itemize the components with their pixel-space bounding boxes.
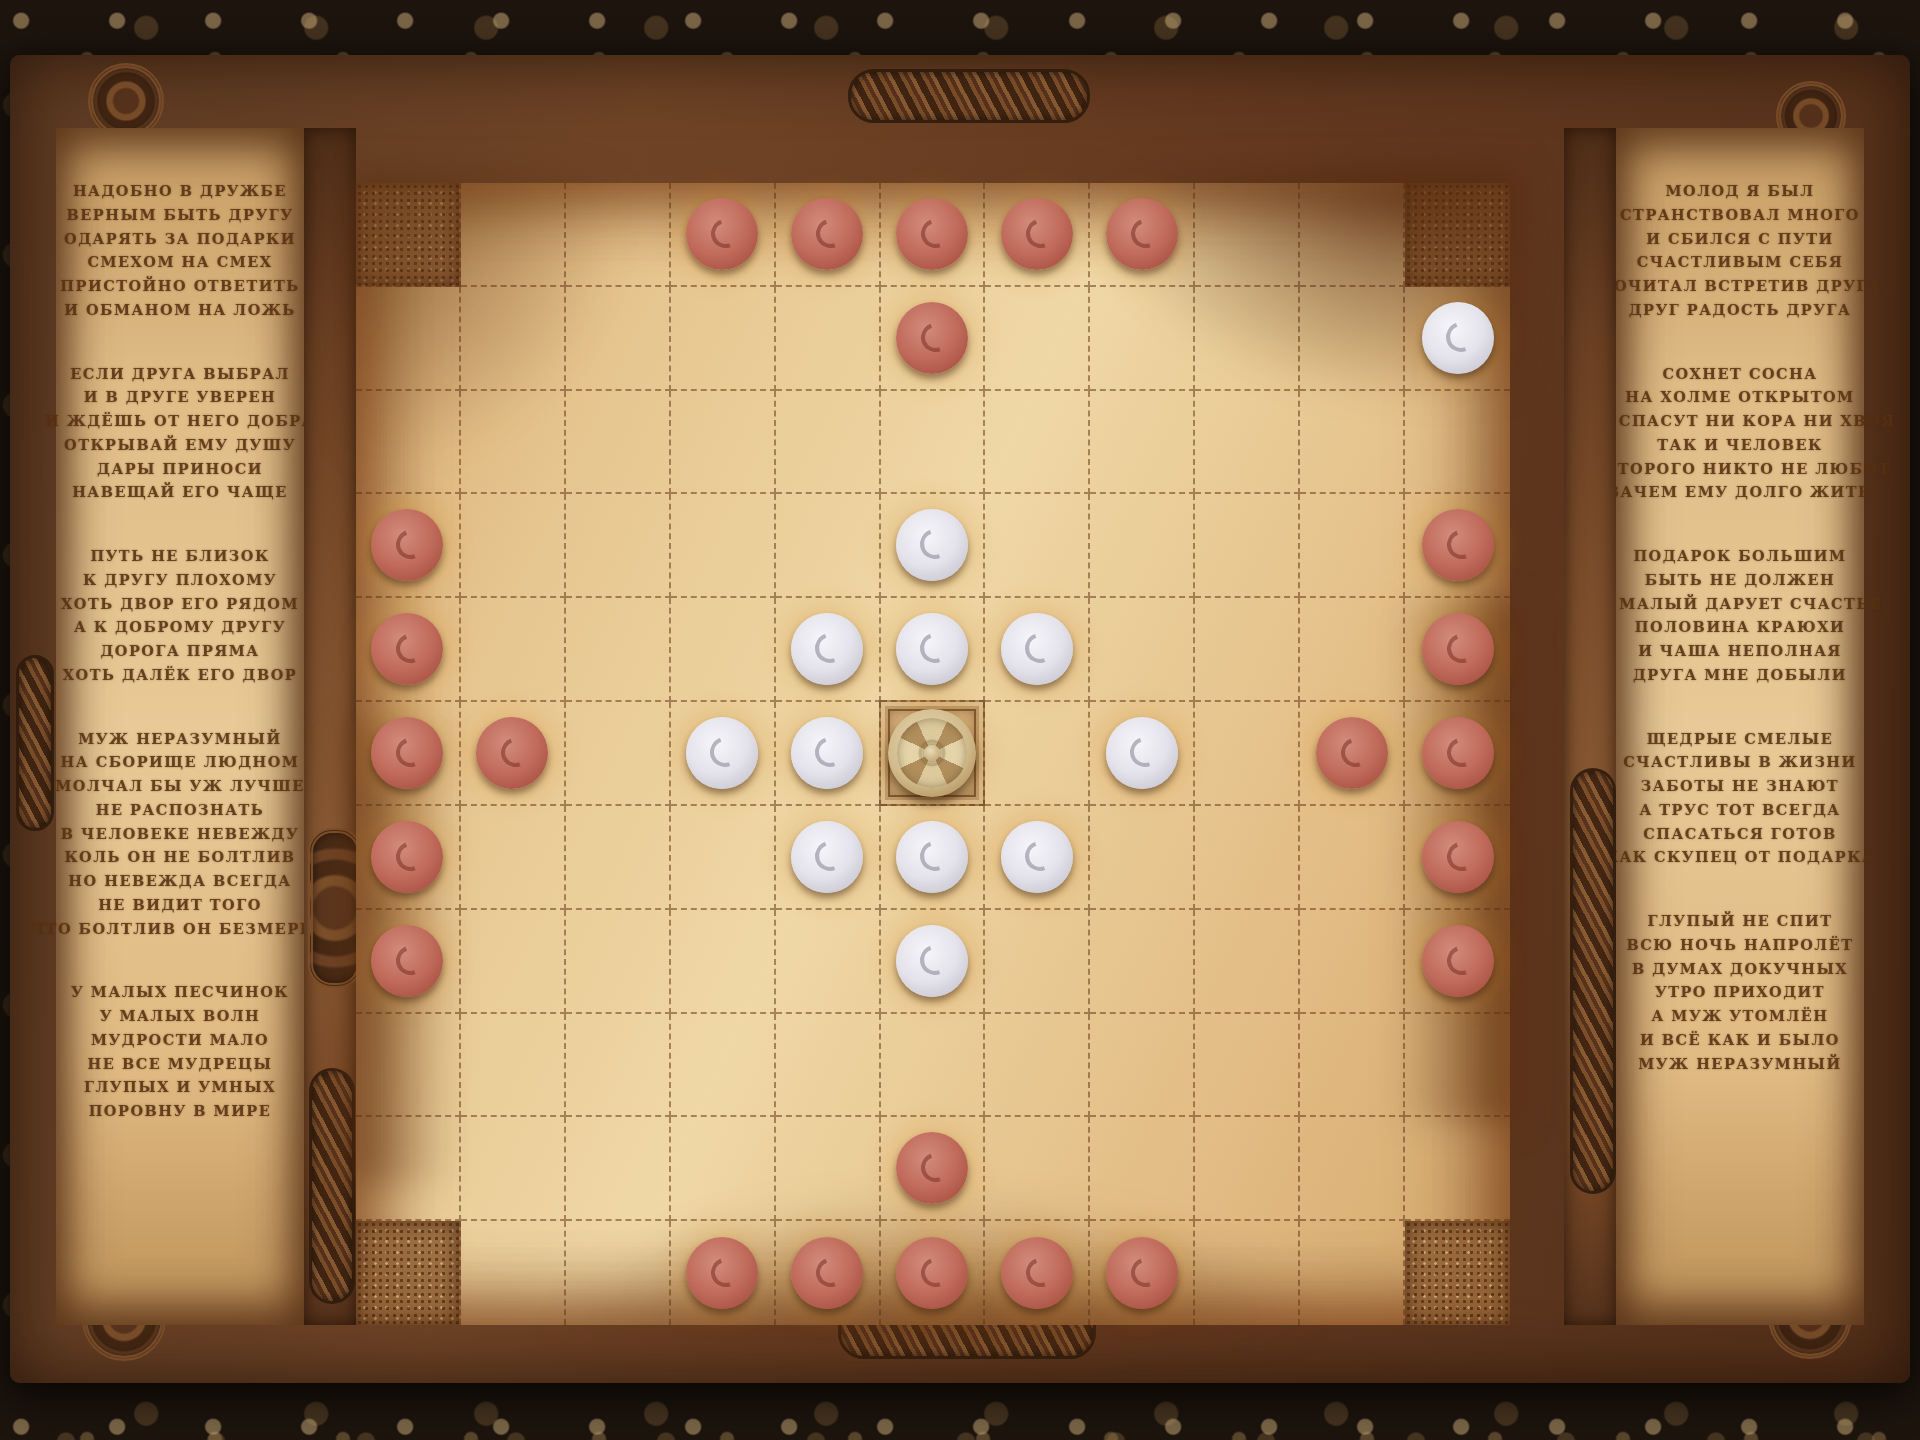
- attacker-piece-h11[interactable]: [1106, 198, 1178, 270]
- rune-line: ХОТЬ ДВОР ЕГО РЯДОМ: [61, 592, 299, 615]
- rune-line: МУЖ НЕРАЗУМНЫЙ: [31, 727, 329, 750]
- cell-a4[interactable]: [356, 910, 461, 1014]
- cell-d5[interactable]: [671, 806, 776, 910]
- cell-i3[interactable]: [1195, 1014, 1300, 1118]
- rune-line: ЗАЧЕМ ЕМУ ДОЛГО ЖИТЬ: [1585, 480, 1896, 503]
- rune-line: ЧТО БОЛТЛИВ ОН БЕЗМЕРНО: [31, 917, 329, 940]
- cell-j2[interactable]: [1300, 1117, 1405, 1221]
- rune-line: ПУТЬ НЕ БЛИЗОК: [61, 544, 299, 567]
- rune-line: ГЛУПЫЙ НЕ СПИТ: [1627, 909, 1854, 932]
- attacker-piece-f10[interactable]: [896, 302, 968, 374]
- cell-k4[interactable]: [1405, 910, 1510, 1014]
- cell-d6[interactable]: [671, 702, 776, 806]
- attacker-piece-k4[interactable]: [1422, 925, 1494, 997]
- cell-k1[interactable]: [1405, 1221, 1510, 1325]
- attacker-piece-f1[interactable]: [896, 1237, 968, 1309]
- rune-line: В ЧЕЛОВЕКЕ НЕВЕЖДУ: [31, 822, 329, 845]
- attacker-piece-d11[interactable]: [686, 198, 758, 270]
- rune-line: А ТРУС ТОТ ВСЕГДА: [1605, 798, 1875, 821]
- rune-line: А МУЖ УТОМЛЁН: [1627, 1004, 1854, 1027]
- rune-line: А К ДОБРОМУ ДРУГУ: [61, 615, 299, 638]
- rune-line: СМЕХОМ НА СМЕХ: [60, 250, 299, 273]
- cell-d4[interactable]: [671, 910, 776, 1014]
- rune-line: И ОБМАНОМ НА ЛОЖЬ: [60, 298, 299, 321]
- rune-line: И ЖДЁШЬ ОТ НЕГО ДОБРА: [45, 409, 315, 432]
- cell-h3[interactable]: [1090, 1014, 1195, 1118]
- attacker-piece-f11[interactable]: [896, 198, 968, 270]
- defender-piece-g5[interactable]: [1001, 821, 1073, 893]
- cell-i1[interactable]: [1195, 1221, 1300, 1325]
- attacker-piece-g1[interactable]: [1001, 1237, 1073, 1309]
- rune-line: ЗАБОТЫ НЕ ЗНАЮТ: [1605, 774, 1875, 797]
- cell-f11[interactable]: [881, 183, 986, 287]
- cell-j7[interactable]: [1300, 598, 1405, 702]
- rune-line: КАК СКУПЕЦ ОТ ПОДАРКА: [1605, 845, 1875, 868]
- cell-h5[interactable]: [1090, 806, 1195, 910]
- cell-k10[interactable]: [1405, 287, 1510, 391]
- cell-d2[interactable]: [671, 1117, 776, 1221]
- rune-line: ПОЛОВИНА КРАЮХИ: [1598, 615, 1883, 638]
- rune-line: МОЛЧАЛ БЫ УЖ ЛУЧШЕ: [31, 774, 329, 797]
- celtic-knot-icon: [308, 828, 362, 988]
- defender-piece-f7[interactable]: [896, 613, 968, 685]
- photo-of-hnefatafl-board: { "game": { "name": "Hnefatafl (Viking t…: [0, 0, 1920, 1440]
- cell-g4[interactable]: [985, 910, 1090, 1014]
- cell-e6[interactable]: [776, 702, 881, 806]
- rune-line: СОХНЕТ СОСНА: [1585, 362, 1896, 385]
- rune-line: ГЛУПЫХ И УМНЫХ: [71, 1075, 289, 1098]
- cell-b2[interactable]: [461, 1117, 566, 1221]
- cell-a6[interactable]: [356, 702, 461, 806]
- cell-b8[interactable]: [461, 494, 566, 598]
- burned-border-strip-left: [304, 128, 356, 1325]
- rune-stanza: ЕСЛИ ДРУГА ВЫБРАЛИ В ДРУГЕ УВЕРЕНИ ЖДЁШЬ…: [45, 363, 315, 504]
- cell-h7[interactable]: [1090, 598, 1195, 702]
- cell-c6[interactable]: [566, 702, 671, 806]
- cell-h8[interactable]: [1090, 494, 1195, 598]
- cell-h1[interactable]: [1090, 1221, 1195, 1325]
- rune-line: ОТКРЫВАЙ ЕМУ ДУШУ: [45, 433, 315, 456]
- rune-line: ПОРОВНУ В МИРЕ: [71, 1099, 289, 1122]
- cell-d7[interactable]: [671, 598, 776, 702]
- cell-k2[interactable]: [1405, 1117, 1510, 1221]
- rune-stanza: НАДОБНО В ДРУЖБЕВЕРНЫМ БЫТЬ ДРУГУОДАРЯТЬ…: [60, 180, 299, 321]
- cell-h9[interactable]: [1090, 391, 1195, 495]
- cell-f2[interactable]: [881, 1117, 986, 1221]
- cell-f9[interactable]: [881, 391, 986, 495]
- cell-g1[interactable]: [985, 1221, 1090, 1325]
- cell-c1[interactable]: [566, 1221, 671, 1325]
- cell-a2[interactable]: [356, 1117, 461, 1221]
- rune-line: МУЖ НЕРАЗУМНЫЙ: [1627, 1052, 1854, 1075]
- cell-h6[interactable]: [1090, 702, 1195, 806]
- rune-stanza: ГЛУПЫЙ НЕ СПИТВСЮ НОЧЬ НАПРОЛЁТВ ДУМАХ Д…: [1627, 910, 1854, 1074]
- cell-i9[interactable]: [1195, 391, 1300, 495]
- cell-k11[interactable]: [1405, 183, 1510, 287]
- rune-line: ДРУГА МНЕ ДОБЫЛИ: [1598, 663, 1883, 686]
- cell-f7[interactable]: [881, 598, 986, 702]
- rune-line: И ЧАША НЕПОЛНАЯ: [1598, 639, 1883, 662]
- rune-stanza: У МАЛЫХ ПЕСЧИНОКУ МАЛЫХ ВОЛНМУДРОСТИ МАЛ…: [71, 981, 289, 1122]
- attacker-piece-a8[interactable]: [371, 509, 443, 581]
- cell-b9[interactable]: [461, 391, 566, 495]
- cell-k7[interactable]: [1405, 598, 1510, 702]
- rune-line: НАДОБНО В ДРУЖБЕ: [60, 179, 299, 202]
- attacker-piece-a6[interactable]: [371, 717, 443, 789]
- cell-d8[interactable]: [671, 494, 776, 598]
- cell-c7[interactable]: [566, 598, 671, 702]
- attacker-piece-e1[interactable]: [791, 1237, 863, 1309]
- attacker-piece-a4[interactable]: [371, 925, 443, 997]
- cell-b11[interactable]: [461, 183, 566, 287]
- rune-inscription-panel-right: МОЛОД Я БЫЛСТРАНСТВОВАЛ МНОГОИ СБИЛСЯ С …: [1616, 128, 1864, 1325]
- cell-j8[interactable]: [1300, 494, 1405, 598]
- rune-line: У МАЛЫХ ПЕСЧИНОК: [71, 980, 289, 1003]
- celtic-knot-icon: [1570, 768, 1616, 1194]
- cell-i8[interactable]: [1195, 494, 1300, 598]
- cell-a8[interactable]: [356, 494, 461, 598]
- cell-e11[interactable]: [776, 183, 881, 287]
- rune-line: У МАЛЫХ ВОЛН: [71, 1004, 289, 1027]
- rune-line: НЕ СПАСУТ НИ КОРА НИ ХВОЯ: [1585, 409, 1896, 432]
- cell-d3[interactable]: [671, 1014, 776, 1118]
- rune-line: БЫТЬ НЕ ДОЛЖЕН: [1598, 568, 1883, 591]
- rune-stanza: ПУТЬ НЕ БЛИЗОКК ДРУГУ ПЛОХОМУХОТЬ ДВОР Е…: [61, 545, 299, 686]
- cell-e4[interactable]: [776, 910, 881, 1014]
- rune-line: ХОТЬ ДАЛЁК ЕГО ДВОР: [61, 663, 299, 686]
- cell-g7[interactable]: [985, 598, 1090, 702]
- rune-line: КОЛЬ ОН НЕ БОЛТЛИВ: [31, 845, 329, 868]
- rune-stanza: ПОДАРОК БОЛЬШИМБЫТЬ НЕ ДОЛЖЕНИ МАЛЫЙ ДАР…: [1598, 545, 1883, 686]
- attacker-piece-f2[interactable]: [896, 1132, 968, 1204]
- rune-line: НО НЕВЕЖДА ВСЕГДА: [31, 869, 329, 892]
- cell-a11[interactable]: [356, 183, 461, 287]
- cell-j3[interactable]: [1300, 1014, 1405, 1118]
- cell-a9[interactable]: [356, 391, 461, 495]
- cell-j4[interactable]: [1300, 910, 1405, 1014]
- rune-line: К ДРУГУ ПЛОХОМУ: [61, 568, 299, 591]
- cell-g11[interactable]: [985, 183, 1090, 287]
- cell-e7[interactable]: [776, 598, 881, 702]
- cell-a5[interactable]: [356, 806, 461, 910]
- king-piece-f6[interactable]: [888, 709, 976, 797]
- cell-e5[interactable]: [776, 806, 881, 910]
- cell-c11[interactable]: [566, 183, 671, 287]
- cell-g2[interactable]: [985, 1117, 1090, 1221]
- rune-line: СТРАНСТВОВАЛ МНОГО: [1599, 203, 1881, 226]
- cell-h11[interactable]: [1090, 183, 1195, 287]
- rune-line: НЕ РАСПОЗНАТЬ: [31, 798, 329, 821]
- cell-d1[interactable]: [671, 1221, 776, 1325]
- rune-line: ПРИСТОЙНО ОТВЕТИТЬ: [60, 274, 299, 297]
- attacker-piece-a5[interactable]: [371, 821, 443, 893]
- defender-piece-h6[interactable]: [1106, 717, 1178, 789]
- rune-line: В ДУМАХ ДОКУЧНЫХ: [1627, 957, 1854, 980]
- defender-piece-e7[interactable]: [791, 613, 863, 685]
- rune-line: НЕ ВИДИТ ТОГО: [31, 893, 329, 916]
- rune-line: ДРУГ РАДОСТЬ ДРУГА: [1599, 298, 1881, 321]
- rune-line: ПОЧИТАЛ ВСТРЕТИВ ДРУГА: [1599, 274, 1881, 297]
- cell-c4[interactable]: [566, 910, 671, 1014]
- attacker-piece-h1[interactable]: [1106, 1237, 1178, 1309]
- cell-k8[interactable]: [1405, 494, 1510, 598]
- rune-line: ВСЮ НОЧЬ НАПРОЛЁТ: [1627, 933, 1854, 956]
- cell-j11[interactable]: [1300, 183, 1405, 287]
- cell-h10[interactable]: [1090, 287, 1195, 391]
- rune-line: И МАЛЫЙ ДАРУЕТ СЧАСТЬЕ: [1598, 592, 1883, 615]
- cell-a3[interactable]: [356, 1014, 461, 1118]
- cell-k6[interactable]: [1405, 702, 1510, 806]
- cell-i2[interactable]: [1195, 1117, 1300, 1221]
- rune-line: И В ДРУГЕ УВЕРЕН: [45, 385, 315, 408]
- defender-piece-d6[interactable]: [686, 717, 758, 789]
- rune-line: ОДАРЯТЬ ЗА ПОДАРКИ: [60, 227, 299, 250]
- cell-i7[interactable]: [1195, 598, 1300, 702]
- defender-piece-k10[interactable]: [1422, 302, 1494, 374]
- rune-stanza: ЩЕДРЫЕ СМЕЛЫЕСЧАСТЛИВЫ В ЖИЗНИЗАБОТЫ НЕ …: [1605, 728, 1875, 869]
- cell-f1[interactable]: [881, 1221, 986, 1325]
- cell-i10[interactable]: [1195, 287, 1300, 391]
- cell-d9[interactable]: [671, 391, 776, 495]
- cell-b10[interactable]: [461, 287, 566, 391]
- cell-j10[interactable]: [1300, 287, 1405, 391]
- cell-f3[interactable]: [881, 1014, 986, 1118]
- cell-b1[interactable]: [461, 1221, 566, 1325]
- defender-piece-f4[interactable]: [896, 925, 968, 997]
- cell-c9[interactable]: [566, 391, 671, 495]
- attacker-piece-g11[interactable]: [1001, 198, 1073, 270]
- rune-line: ЩЕДРЫЕ СМЕЛЫЕ: [1605, 727, 1875, 750]
- rune-line: И СБИЛСЯ С ПУТИ: [1599, 227, 1881, 250]
- cell-a7[interactable]: [356, 598, 461, 702]
- cell-a10[interactable]: [356, 287, 461, 391]
- cell-g3[interactable]: [985, 1014, 1090, 1118]
- cell-g6[interactable]: [985, 702, 1090, 806]
- attacker-piece-e11[interactable]: [791, 198, 863, 270]
- defender-piece-e5[interactable]: [791, 821, 863, 893]
- attacker-piece-k7[interactable]: [1422, 613, 1494, 685]
- cell-j6[interactable]: [1300, 702, 1405, 806]
- cell-c5[interactable]: [566, 806, 671, 910]
- rune-line: ПОДАРОК БОЛЬШИМ: [1598, 544, 1883, 567]
- cell-h4[interactable]: [1090, 910, 1195, 1014]
- rune-inscription-panel-left: НАДОБНО В ДРУЖБЕВЕРНЫМ БЫТЬ ДРУГУОДАРЯТЬ…: [56, 128, 304, 1325]
- attacker-piece-d1[interactable]: [686, 1237, 758, 1309]
- celtic-knot-icon: [309, 1068, 355, 1304]
- cell-b6[interactable]: [461, 702, 566, 806]
- cell-f8[interactable]: [881, 494, 986, 598]
- cell-k9[interactable]: [1405, 391, 1510, 495]
- celtic-knot-icon: [848, 69, 1090, 123]
- cell-f6[interactable]: [881, 702, 986, 806]
- cell-h2[interactable]: [1090, 1117, 1195, 1221]
- cell-a1[interactable]: [356, 1221, 461, 1325]
- cell-f10[interactable]: [881, 287, 986, 391]
- rune-line: ЕСЛИ ДРУГА ВЫБРАЛ: [45, 362, 315, 385]
- cell-g8[interactable]: [985, 494, 1090, 598]
- attacker-piece-k5[interactable]: [1422, 821, 1494, 893]
- rune-line: НА СБОРИЩЕ ЛЮДНОМ: [31, 750, 329, 773]
- cell-b7[interactable]: [461, 598, 566, 702]
- cell-e10[interactable]: [776, 287, 881, 391]
- cell-e8[interactable]: [776, 494, 881, 598]
- cell-k5[interactable]: [1405, 806, 1510, 910]
- rune-line: ДАРЫ ПРИНОСИ: [45, 457, 315, 480]
- rune-line: СЧАСТЛИВЫ В ЖИЗНИ: [1605, 750, 1875, 773]
- burned-border-strip-right: [1564, 128, 1616, 1325]
- attacker-piece-j6[interactable]: [1316, 717, 1388, 789]
- rune-line: ТАК И ЧЕЛОВЕК: [1585, 433, 1896, 456]
- cell-f4[interactable]: [881, 910, 986, 1014]
- wooden-tafl-board: НАДОБНО В ДРУЖБЕВЕРНЫМ БЫТЬ ДРУГУОДАРЯТЬ…: [10, 55, 1910, 1383]
- cell-c3[interactable]: [566, 1014, 671, 1118]
- rune-line: ВЕРНЫМ БЫТЬ ДРУГУ: [60, 203, 299, 226]
- cell-j1[interactable]: [1300, 1221, 1405, 1325]
- rune-line: НЕ ВСЕ МУДРЕЦЫ: [71, 1052, 289, 1075]
- cell-i5[interactable]: [1195, 806, 1300, 910]
- cell-b5[interactable]: [461, 806, 566, 910]
- cell-e9[interactable]: [776, 391, 881, 495]
- cell-i4[interactable]: [1195, 910, 1300, 1014]
- rune-line: НА ХОЛМЕ ОТКРЫТОМ: [1585, 385, 1896, 408]
- tafl-playing-field: [356, 183, 1510, 1325]
- rune-line: СЧАСТЛИВЫМ СЕБЯ: [1599, 250, 1881, 273]
- cell-d11[interactable]: [671, 183, 776, 287]
- cell-g10[interactable]: [985, 287, 1090, 391]
- rune-stanza: МОЛОД Я БЫЛСТРАНСТВОВАЛ МНОГОИ СБИЛСЯ С …: [1599, 180, 1881, 321]
- cell-k3[interactable]: [1405, 1014, 1510, 1118]
- defender-piece-e6[interactable]: [791, 717, 863, 789]
- rune-line: МОЛОД Я БЫЛ: [1599, 179, 1881, 202]
- attacker-piece-b6[interactable]: [476, 717, 548, 789]
- rune-line: СПАСАТЬСЯ ГОТОВ: [1605, 822, 1875, 845]
- rune-line: И ВСЁ КАК И БЫЛО: [1627, 1028, 1854, 1051]
- rune-stanza: МУЖ НЕРАЗУМНЫЙНА СБОРИЩЕ ЛЮДНОММОЛЧАЛ БЫ…: [31, 728, 329, 940]
- cell-g9[interactable]: [985, 391, 1090, 495]
- attacker-piece-k6[interactable]: [1422, 717, 1494, 789]
- cell-e1[interactable]: [776, 1221, 881, 1325]
- cell-c10[interactable]: [566, 287, 671, 391]
- rune-line: ДОРОГА ПРЯМА: [61, 639, 299, 662]
- defender-piece-g7[interactable]: [1001, 613, 1073, 685]
- cell-d10[interactable]: [671, 287, 776, 391]
- rune-line: МУДРОСТИ МАЛО: [71, 1028, 289, 1051]
- cell-i6[interactable]: [1195, 702, 1300, 806]
- attacker-piece-a7[interactable]: [371, 613, 443, 685]
- rune-line: НАВЕЩАЙ ЕГО ЧАЩЕ: [45, 480, 315, 503]
- cell-g5[interactable]: [985, 806, 1090, 910]
- rune-line: УТРО ПРИХОДИТ: [1627, 980, 1854, 1003]
- cell-c8[interactable]: [566, 494, 671, 598]
- cell-j5[interactable]: [1300, 806, 1405, 910]
- cell-c2[interactable]: [566, 1117, 671, 1221]
- rune-line: КОТОРОГО НИКТО НЕ ЛЮБИТ: [1585, 457, 1896, 480]
- cell-e2[interactable]: [776, 1117, 881, 1221]
- defender-piece-f8[interactable]: [896, 509, 968, 581]
- cell-f5[interactable]: [881, 806, 986, 910]
- cell-b3[interactable]: [461, 1014, 566, 1118]
- cell-j9[interactable]: [1300, 391, 1405, 495]
- attacker-piece-k8[interactable]: [1422, 509, 1494, 581]
- defender-piece-f5[interactable]: [896, 821, 968, 893]
- cell-i11[interactable]: [1195, 183, 1300, 287]
- cell-e3[interactable]: [776, 1014, 881, 1118]
- rune-stanza: СОХНЕТ СОСНАНА ХОЛМЕ ОТКРЫТОМНЕ СПАСУТ Н…: [1585, 363, 1896, 504]
- cell-b4[interactable]: [461, 910, 566, 1014]
